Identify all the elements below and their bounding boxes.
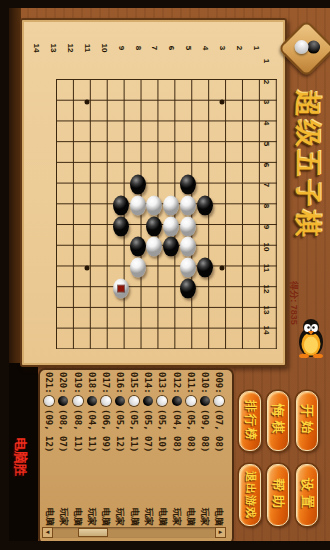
col-label-8: 8	[133, 46, 142, 50]
move-player: 玩家	[85, 508, 98, 526]
move-coordinates: (05, 11)	[129, 409, 139, 452]
col-label-2: 2	[235, 46, 244, 50]
row-label-14: 14	[261, 326, 270, 335]
move-number: 017:	[101, 372, 111, 396]
move-list-scrollbar[interactable]: ◄ ►	[42, 527, 226, 538]
white-stone-icon	[73, 396, 83, 406]
black-stone-5-7	[180, 175, 196, 195]
move-coordinates: (06, 09)	[101, 409, 111, 452]
white-stone-5-11	[180, 258, 196, 278]
move-player: 玩家	[57, 508, 70, 526]
move-number: 009:	[214, 372, 224, 396]
status-text-computer-wins: 电脑胜	[11, 438, 29, 477]
black-stone-8-7	[130, 175, 146, 195]
col-label-7: 7	[150, 46, 159, 50]
leaderboard-button-label: 排行榜	[242, 400, 259, 442]
move-coordinates: (07, 08)	[214, 409, 224, 452]
penguin-mascot-icon	[297, 318, 325, 358]
move-list-entry: 009:(07, 08)电脑	[212, 372, 226, 526]
leaderboard-button[interactable]: 排行榜	[239, 391, 261, 451]
white-stone-7-10	[146, 237, 162, 257]
move-player: 玩家	[198, 508, 211, 526]
move-number: 013:	[157, 372, 167, 396]
black-stone-icon	[115, 396, 125, 406]
star-point	[84, 100, 89, 105]
move-list-entry: 021:(09, 12)电脑	[42, 372, 56, 526]
move-list-entry: 015:(05, 11)电脑	[127, 372, 141, 526]
move-player: 电脑	[212, 508, 225, 526]
move-coordinates: (05, 08)	[186, 409, 196, 452]
move-list-entry: 019:(08, 11)电脑	[70, 372, 84, 526]
move-coordinates: (04, 08)	[172, 409, 182, 452]
move-number: 010:	[200, 372, 210, 396]
black-stone-4-8	[197, 196, 213, 216]
white-stone-9-12	[113, 279, 129, 299]
col-label-14: 14	[32, 44, 41, 53]
move-list-entry: 020:(08, 07)玩家	[56, 372, 70, 526]
move-number: 016:	[115, 372, 125, 396]
move-player: 玩家	[170, 508, 183, 526]
star-point	[220, 266, 225, 271]
move-number: 020:	[58, 372, 68, 396]
start-button-label: 开始	[298, 404, 316, 438]
help-button-label: 帮助	[269, 478, 287, 512]
move-number: 012:	[172, 372, 182, 396]
row-label-13: 13	[261, 305, 270, 314]
white-stone-icon	[214, 396, 224, 406]
black-stone-icon	[200, 396, 210, 406]
settings-button-label: 设置	[298, 478, 316, 512]
row-label-12: 12	[261, 284, 270, 293]
logo-white-stone-icon	[292, 37, 312, 57]
col-label-13: 13	[48, 44, 57, 53]
white-stone-icon	[101, 396, 111, 406]
col-label-11: 11	[82, 44, 91, 52]
row-label-4: 4	[261, 121, 270, 125]
move-list-entry: 016:(05, 12)玩家	[113, 372, 127, 526]
move-number: 021:	[44, 372, 54, 396]
black-stone-icon	[87, 396, 97, 406]
move-list-entry: 014:(05, 07)玩家	[141, 372, 155, 526]
black-stone-8-10	[130, 237, 146, 257]
last-move-marker	[118, 286, 124, 292]
white-stone-5-9	[180, 216, 196, 236]
move-list[interactable]: 009:(07, 08)电脑010:(09, 08)玩家011:(05, 08)…	[42, 372, 226, 526]
move-player: 电脑	[99, 508, 112, 526]
col-label-4: 4	[201, 46, 210, 50]
start-button[interactable]: 开始	[296, 391, 318, 451]
white-stone-6-8	[163, 196, 179, 216]
move-coordinates: (08, 07)	[58, 409, 68, 452]
move-list-entry: 012:(04, 08)玩家	[169, 372, 183, 526]
row-label-1: 1	[261, 59, 270, 63]
col-label-12: 12	[65, 44, 74, 53]
col-label-5: 5	[184, 46, 193, 50]
white-stone-7-8	[146, 196, 162, 216]
black-stone-icon	[58, 396, 68, 406]
move-list-entry: 010:(09, 08)玩家	[198, 372, 212, 526]
move-list-entry: 017:(06, 09)电脑	[99, 372, 113, 526]
app-title: 超级五子棋	[293, 90, 323, 240]
move-number: 011:	[186, 372, 196, 396]
bottom-letterbox	[0, 541, 330, 550]
black-stone-9-8	[113, 196, 129, 216]
move-coordinates: (05, 10)	[157, 409, 167, 452]
move-player: 电脑	[156, 508, 169, 526]
col-label-9: 9	[116, 46, 125, 50]
left-letterbox	[0, 0, 9, 550]
black-stone-7-9	[146, 216, 162, 236]
move-coordinates: (08, 11)	[73, 409, 83, 452]
move-list-entry: 011:(05, 08)电脑	[184, 372, 198, 526]
gomoku-board[interactable]: 14131211109876543211234567891011121314	[20, 18, 287, 367]
white-stone-5-10	[180, 237, 196, 257]
move-coordinates: (09, 08)	[200, 409, 210, 452]
col-label-1: 1	[251, 46, 260, 50]
move-player: 电脑	[43, 508, 56, 526]
white-stone-icon	[44, 396, 54, 406]
move-number: 019:	[73, 372, 83, 396]
move-player: 玩家	[142, 508, 155, 526]
star-point	[84, 266, 89, 271]
star-point	[220, 100, 225, 105]
move-coordinates: (05, 12)	[115, 409, 125, 452]
row-label-7: 7	[261, 183, 270, 187]
row-label-6: 6	[261, 162, 270, 166]
move-number: 018:	[87, 372, 97, 396]
undo-move-button[interactable]: 悔棋	[267, 391, 289, 451]
move-player: 电脑	[184, 508, 197, 526]
black-stone-icon	[143, 396, 153, 406]
row-label-11: 11	[261, 264, 270, 272]
white-stone-5-8	[180, 196, 196, 216]
move-player: 玩家	[113, 508, 126, 526]
help-button[interactable]: 帮助	[267, 464, 289, 526]
black-stone-icon	[172, 396, 182, 406]
white-stone-6-9	[163, 216, 179, 236]
col-label-10: 10	[99, 44, 108, 53]
row-label-2: 2	[261, 79, 270, 83]
col-label-3: 3	[218, 46, 227, 50]
move-number: 015:	[129, 372, 139, 396]
black-stone-4-11	[197, 258, 213, 278]
settings-button[interactable]: 设置	[296, 464, 318, 526]
move-list-entry: 018:(04, 11)玩家	[85, 372, 99, 526]
move-player: 电脑	[128, 508, 141, 526]
move-coordinates: (09, 12)	[44, 409, 54, 452]
undo-button-label: 悔棋	[269, 404, 287, 438]
scrollbar-right-arrow-icon[interactable]: ►	[215, 527, 226, 538]
status-bar	[0, 0, 330, 8]
row-label-8: 8	[261, 204, 270, 208]
scrollbar-thumb[interactable]	[78, 528, 108, 537]
move-coordinates: (05, 07)	[143, 409, 153, 452]
row-label-10: 10	[261, 243, 270, 252]
white-stone-8-8	[130, 196, 146, 216]
exit-button-label: 退出游戏	[243, 471, 258, 519]
black-stone-5-12	[180, 279, 196, 299]
move-number: 014:	[143, 372, 153, 396]
row-label-9: 9	[261, 225, 270, 229]
app-screen: 14131211109876543211234567891011121314 超…	[0, 0, 330, 550]
white-stone-icon	[157, 396, 167, 406]
scrollbar-left-arrow-icon[interactable]: ◄	[42, 527, 53, 538]
black-stone-6-10	[163, 237, 179, 257]
exit-game-button[interactable]: 退出游戏	[239, 464, 261, 526]
row-label-3: 3	[261, 100, 270, 104]
row-label-5: 5	[261, 142, 270, 146]
white-stone-icon	[186, 396, 196, 406]
move-player: 电脑	[71, 508, 84, 526]
col-label-6: 6	[167, 46, 176, 50]
move-list-entry: 013:(05, 10)电脑	[155, 372, 169, 526]
white-stone-icon	[129, 396, 139, 406]
move-coordinates: (04, 11)	[87, 409, 97, 452]
white-stone-8-11	[130, 258, 146, 278]
black-stone-9-9	[113, 216, 129, 236]
